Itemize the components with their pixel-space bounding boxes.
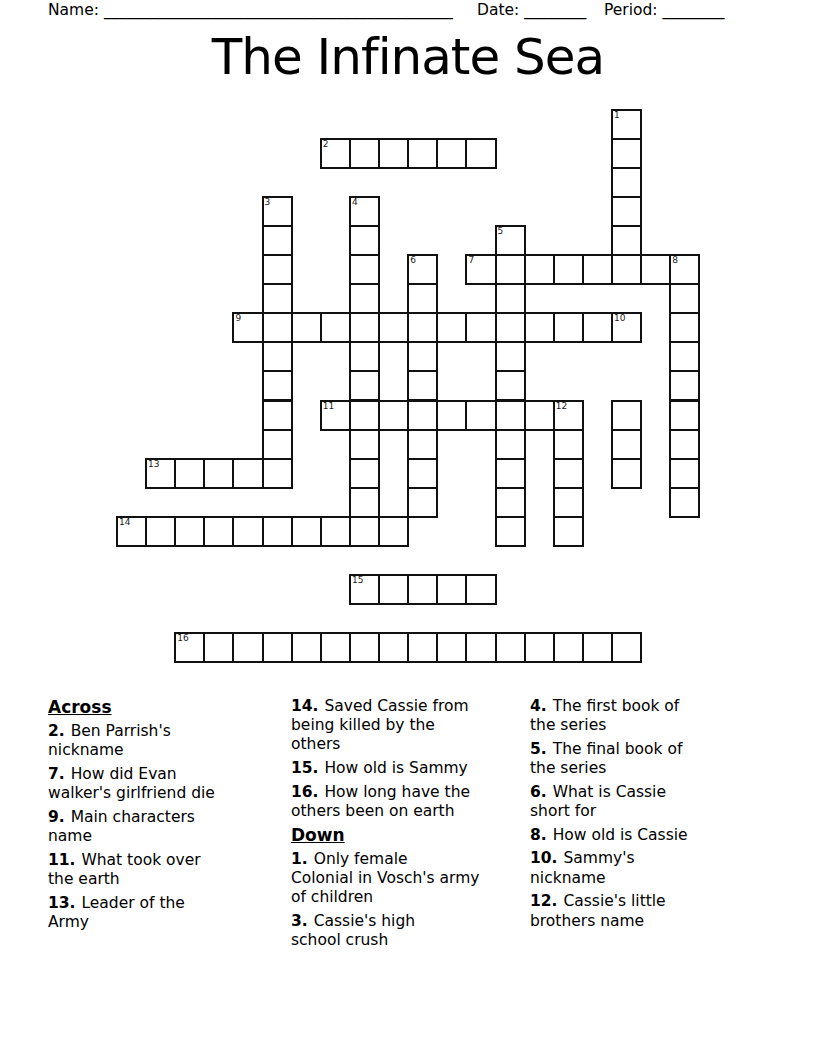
clue-across-7: 7.How did Evan walker's girlfriend die (48, 765, 278, 803)
cell-r7c17[interactable]: 10 (611, 312, 642, 343)
cell-r18c10[interactable] (407, 632, 438, 663)
cell-r16c12[interactable] (465, 574, 496, 605)
clue-down-1-number: 1. (291, 850, 308, 868)
clue-down-8: 8.How old is Cassie (530, 826, 732, 845)
cell-r10c8[interactable] (349, 400, 380, 431)
cell-r18c16[interactable] (582, 632, 613, 663)
cell-r1c8[interactable] (349, 138, 380, 169)
puzzle-title: The Infinate Sea (0, 28, 816, 86)
cell-r3c5[interactable]: 3 (262, 196, 293, 227)
cell-r0c17[interactable]: 1 (611, 109, 642, 140)
period-blank-line[interactable]: ________ (663, 1, 725, 19)
cell-r1c11[interactable] (436, 138, 467, 169)
clue-across-9-text: Main characters name (48, 808, 195, 845)
clue-across-15: 15.How old is Sammy (291, 759, 534, 778)
clue-across-9-number: 9. (48, 808, 65, 826)
clue-down-12-number: 12. (530, 892, 557, 910)
cell-r5c5[interactable] (262, 254, 293, 285)
clue-number-14: 14 (119, 517, 130, 528)
cell-r10c7[interactable]: 11 (320, 400, 351, 431)
cell-r11c5[interactable] (262, 429, 293, 460)
cell-r7c15[interactable] (553, 312, 584, 343)
cell-r7c7[interactable] (320, 312, 351, 343)
cell-r18c17[interactable] (611, 632, 642, 663)
clue-across-13-number: 13. (48, 894, 75, 912)
cell-r5c16[interactable] (582, 254, 613, 285)
cell-r9c5[interactable] (262, 370, 293, 401)
cell-r7c12[interactable] (465, 312, 496, 343)
clue-down-6-number: 6. (530, 783, 547, 801)
cell-r5c12[interactable]: 7 (465, 254, 496, 285)
across-heading: Across (48, 698, 278, 717)
cell-r18c3[interactable] (203, 632, 234, 663)
cell-r12c17[interactable] (611, 458, 642, 489)
cell-r9c10[interactable] (407, 370, 438, 401)
clue-down-5: 5.The final book of the series (530, 740, 732, 778)
clue-across-16: 16.How long have the others been on eart… (291, 783, 534, 821)
clue-across-13: 13.Leader of the Army (48, 894, 278, 932)
cell-r7c8[interactable] (349, 312, 380, 343)
cell-r14c6[interactable] (291, 516, 322, 547)
cell-r14c7[interactable] (320, 516, 351, 547)
cell-r5c19[interactable]: 8 (669, 254, 700, 285)
cell-r16c10[interactable] (407, 574, 438, 605)
cell-r18c12[interactable] (465, 632, 496, 663)
cell-r12c19[interactable] (669, 458, 700, 489)
cell-r1c17[interactable] (611, 138, 642, 169)
cell-r14c2[interactable] (174, 516, 205, 547)
clue-down-1-text: Only female Colonial in Vosch's army of … (291, 850, 479, 906)
cell-r13c19[interactable] (669, 487, 700, 518)
clue-column-3: 4.The first book of the series5.The fina… (530, 697, 732, 935)
cell-r1c9[interactable] (378, 138, 409, 169)
cell-r16c9[interactable] (378, 574, 409, 605)
cell-r18c6[interactable] (291, 632, 322, 663)
cell-r13c8[interactable] (349, 487, 380, 518)
cell-r18c14[interactable] (524, 632, 555, 663)
cell-r12c13[interactable] (495, 458, 526, 489)
cell-r14c4[interactable] (232, 516, 263, 547)
cell-r5c13[interactable] (495, 254, 526, 285)
clue-number-4: 4 (352, 197, 358, 208)
clue-across-2-text: Ben Parrish's nickname (48, 722, 171, 759)
cell-r10c9[interactable] (378, 400, 409, 431)
clue-across-16-number: 16. (291, 783, 318, 801)
name-blank-line[interactable]: ________________________________________… (104, 1, 453, 19)
cell-r14c13[interactable] (495, 516, 526, 547)
down-heading: Down (291, 826, 534, 845)
cell-r7c11[interactable] (436, 312, 467, 343)
cell-r16c8[interactable]: 15 (349, 574, 380, 605)
cell-r18c4[interactable] (232, 632, 263, 663)
cell-r12c1[interactable]: 13 (145, 458, 176, 489)
cell-r6c19[interactable] (669, 283, 700, 314)
clue-number-2: 2 (323, 139, 329, 150)
crossword-grid: 12345678910111213141516 (117, 110, 702, 664)
cell-r10c15[interactable]: 12 (553, 400, 584, 431)
cell-r12c2[interactable] (174, 458, 205, 489)
cell-r7c14[interactable] (524, 312, 555, 343)
clue-number-1: 1 (614, 110, 620, 121)
cell-r7c10[interactable] (407, 312, 438, 343)
cell-r14c9[interactable] (378, 516, 409, 547)
clue-down-5-number: 5. (530, 740, 547, 758)
clue-number-7: 7 (468, 255, 474, 266)
clue-down-8-text: How old is Cassie (553, 826, 688, 844)
clue-across-15-number: 15. (291, 759, 318, 777)
cell-r4c5[interactable] (262, 225, 293, 256)
cell-r18c2[interactable]: 16 (174, 632, 205, 663)
cell-r5c8[interactable] (349, 254, 380, 285)
cell-r10c17[interactable] (611, 400, 642, 431)
clue-number-16: 16 (177, 633, 188, 644)
cell-r11c19[interactable] (669, 429, 700, 460)
cell-r12c15[interactable] (553, 458, 584, 489)
clue-across-7-number: 7. (48, 765, 65, 783)
clue-across-7-text: How did Evan walker's girlfriend die (48, 765, 215, 802)
cell-r7c13[interactable] (495, 312, 526, 343)
cell-r12c4[interactable] (232, 458, 263, 489)
cell-r3c17[interactable] (611, 196, 642, 227)
cell-r2c17[interactable] (611, 167, 642, 198)
cell-r18c8[interactable] (349, 632, 380, 663)
cell-r18c11[interactable] (436, 632, 467, 663)
clue-across-14-number: 14. (291, 697, 318, 715)
date-field: Date:________ (477, 1, 586, 19)
cell-r1c10[interactable] (407, 138, 438, 169)
cell-r11c10[interactable] (407, 429, 438, 460)
clue-down-1: 1.Only female Colonial in Vosch's army o… (291, 850, 534, 908)
clue-down-5-text: The final book of the series (530, 740, 682, 777)
cell-r8c8[interactable] (349, 341, 380, 372)
worksheet-header: Name:___________________________________… (0, 1, 816, 23)
cell-r6c5[interactable] (262, 283, 293, 314)
clue-down-10-number: 10. (530, 849, 557, 867)
cell-r14c3[interactable] (203, 516, 234, 547)
cell-r14c8[interactable] (349, 516, 380, 547)
cell-r5c10[interactable]: 6 (407, 254, 438, 285)
cell-r18c5[interactable] (262, 632, 293, 663)
cell-r4c13[interactable]: 5 (495, 225, 526, 256)
cell-r5c15[interactable] (553, 254, 584, 285)
cell-r3c8[interactable]: 4 (349, 196, 380, 227)
clue-down-4: 4.The first book of the series (530, 697, 732, 735)
cell-r9c13[interactable] (495, 370, 526, 401)
cell-r13c15[interactable] (553, 487, 584, 518)
clue-down-6: 6.What is Cassie short for (530, 783, 732, 821)
cell-r11c13[interactable] (495, 429, 526, 460)
cell-r18c9[interactable] (378, 632, 409, 663)
clue-across-11: 11.What took over the earth (48, 851, 278, 889)
cell-r6c10[interactable] (407, 283, 438, 314)
clue-number-13: 13 (148, 459, 159, 470)
cell-r14c5[interactable] (262, 516, 293, 547)
cell-r14c15[interactable] (553, 516, 584, 547)
cell-r1c12[interactable] (465, 138, 496, 169)
clue-across-9: 9.Main characters name (48, 808, 278, 846)
cell-r7c5[interactable] (262, 312, 293, 343)
cell-r5c14[interactable] (524, 254, 555, 285)
cell-r18c15[interactable] (553, 632, 584, 663)
cell-r9c8[interactable] (349, 370, 380, 401)
cell-r10c12[interactable] (465, 400, 496, 431)
clue-number-9: 9 (235, 313, 241, 324)
clue-number-3: 3 (265, 197, 271, 208)
cell-r7c19[interactable] (669, 312, 700, 343)
cell-r11c8[interactable] (349, 429, 380, 460)
clue-down-8-number: 8. (530, 826, 547, 844)
clue-down-6-text: What is Cassie short for (530, 783, 666, 820)
clue-down-3-text: Cassie's high school crush (291, 912, 415, 949)
cell-r18c7[interactable] (320, 632, 351, 663)
cell-r8c5[interactable] (262, 341, 293, 372)
clue-column-2: 14.Saved Cassie from being killed by the… (291, 697, 534, 955)
clue-down-10: 10.Sammy's nickname (530, 849, 732, 887)
cell-r6c8[interactable] (349, 283, 380, 314)
cell-r10c14[interactable] (524, 400, 555, 431)
cell-r9c19[interactable] (669, 370, 700, 401)
cell-r5c18[interactable] (640, 254, 671, 285)
cell-r10c19[interactable] (669, 400, 700, 431)
cell-r7c16[interactable] (582, 312, 613, 343)
cell-r8c13[interactable] (495, 341, 526, 372)
clue-across-2: 2.Ben Parrish's nickname (48, 722, 278, 760)
cell-r12c3[interactable] (203, 458, 234, 489)
cell-r10c13[interactable] (495, 400, 526, 431)
name-label: Name: (48, 1, 99, 19)
clue-down-3-number: 3. (291, 912, 308, 930)
date-blank-line[interactable]: ________ (524, 1, 586, 19)
cell-r6c13[interactable] (495, 283, 526, 314)
period-label: Period: (604, 1, 658, 19)
cell-r12c8[interactable] (349, 458, 380, 489)
clue-number-15: 15 (352, 575, 363, 586)
cell-r10c11[interactable] (436, 400, 467, 431)
cell-r10c5[interactable] (262, 400, 293, 431)
cell-r7c4[interactable]: 9 (232, 312, 263, 343)
cell-r12c5[interactable] (262, 458, 293, 489)
clue-number-10: 10 (614, 313, 625, 324)
clue-down-4-text: The first book of the series (530, 697, 679, 734)
clue-number-11: 11 (323, 401, 334, 412)
cell-r7c9[interactable] (378, 312, 409, 343)
clue-down-4-number: 4. (530, 697, 547, 715)
cell-r10c10[interactable] (407, 400, 438, 431)
name-field: Name:___________________________________… (48, 1, 453, 19)
cell-r8c19[interactable] (669, 341, 700, 372)
cell-r12c10[interactable] (407, 458, 438, 489)
cell-r13c10[interactable] (407, 487, 438, 518)
cell-r4c8[interactable] (349, 225, 380, 256)
cell-r5c17[interactable] (611, 254, 642, 285)
clue-number-6: 6 (410, 255, 416, 266)
clue-across-14: 14.Saved Cassie from being killed by the… (291, 697, 534, 755)
cell-r11c17[interactable] (611, 429, 642, 460)
cell-r7c6[interactable] (291, 312, 322, 343)
clue-number-12: 12 (556, 401, 567, 412)
cell-r11c15[interactable] (553, 429, 584, 460)
cell-r13c13[interactable] (495, 487, 526, 518)
clue-down-3: 3.Cassie's high school crush (291, 912, 534, 950)
cell-r14c0[interactable]: 14 (116, 516, 147, 547)
cell-r16c11[interactable] (436, 574, 467, 605)
clue-across-2-number: 2. (48, 722, 65, 740)
date-label: Date: (477, 1, 519, 19)
cell-r14c1[interactable] (145, 516, 176, 547)
cell-r4c17[interactable] (611, 225, 642, 256)
clue-across-15-text: How old is Sammy (324, 759, 467, 777)
clue-across-11-number: 11. (48, 851, 75, 869)
clue-number-5: 5 (498, 226, 504, 237)
cell-r18c13[interactable] (495, 632, 526, 663)
clue-column-1: Across2.Ben Parrish's nickname7.How did … (48, 697, 278, 937)
cell-r8c10[interactable] (407, 341, 438, 372)
period-field: Period:________ (604, 1, 725, 19)
clue-number-8: 8 (672, 255, 678, 266)
cell-r1c7[interactable]: 2 (320, 138, 351, 169)
clue-down-12: 12.Cassie's little brothers name (530, 892, 732, 930)
